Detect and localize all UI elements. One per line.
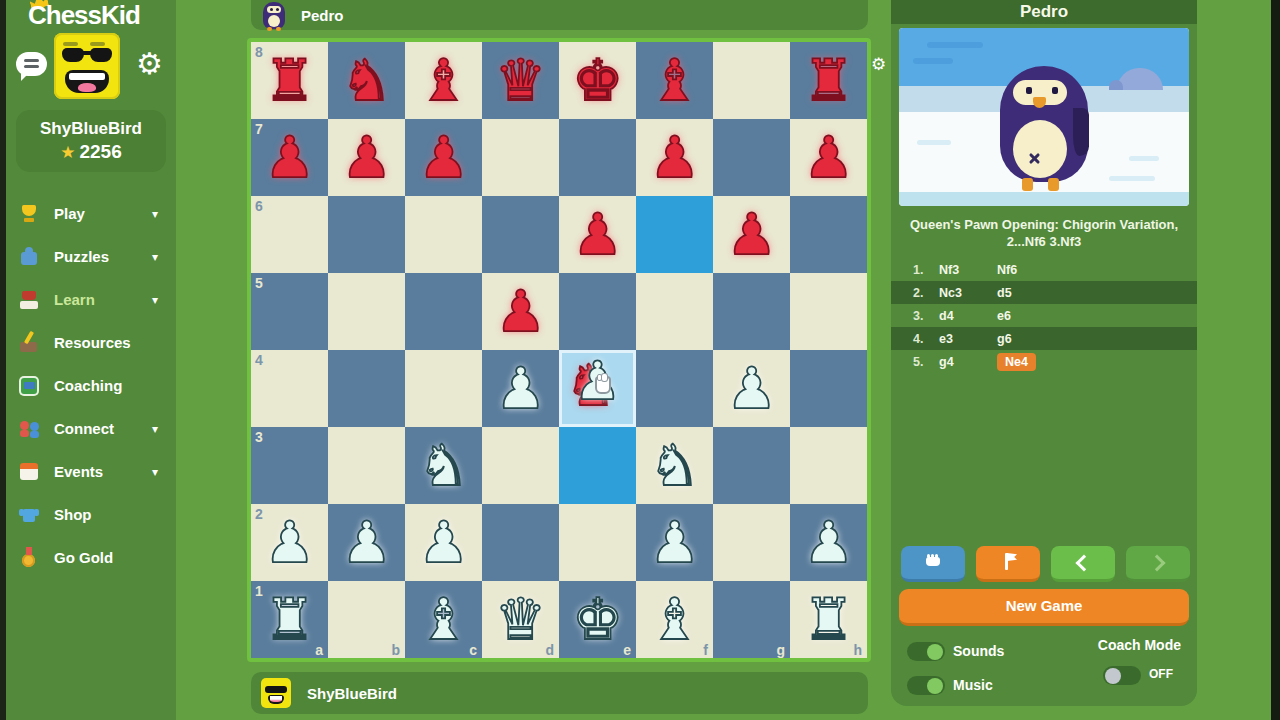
square-a8[interactable]: ♜8 <box>251 42 328 119</box>
square-h5[interactable] <box>790 273 867 350</box>
new-game-button[interactable]: New Game <box>899 589 1189 626</box>
square-c4[interactable] <box>405 350 482 427</box>
piece-red-bishop-c8[interactable]: ♝ <box>405 42 482 119</box>
move-number: 2. <box>913 286 939 300</box>
chess-board: ♜8♞♝♛♚♝♜♟7♟♟♟♟6♟♟5♟4♟♞♟♟3♞♞♟2♟♟♟♟♜1ab♝c♛… <box>247 38 871 662</box>
square-a3[interactable]: 3 <box>251 427 328 504</box>
square-b8[interactable]: ♞ <box>328 42 405 119</box>
board-settings-gear-icon[interactable]: ⚙ <box>871 54 886 74</box>
user-rating-row: ★2256 <box>16 141 166 163</box>
cloud <box>927 42 983 48</box>
mi-puzzle-icon <box>16 244 42 270</box>
piece-red-pawn-f7[interactable]: ♟ <box>636 119 713 196</box>
sunglasses-smiley-avatar <box>261 678 291 708</box>
square-f7[interactable]: ♟ <box>636 119 713 196</box>
square-g2[interactable] <box>713 504 790 581</box>
rank-label-8: 8 <box>255 44 263 60</box>
square-c5[interactable] <box>405 273 482 350</box>
user-plate[interactable]: ShyBlueBird ★2256 <box>16 110 166 172</box>
file-label-e: e <box>623 642 631 658</box>
piece-white-knight-c3[interactable]: ♞ <box>405 427 482 504</box>
piece-red-pawn-d5[interactable]: ♟ <box>482 273 559 350</box>
black-move[interactable]: Nf6 <box>997 263 1017 277</box>
chesskid-logo[interactable]: ChessKid <box>28 0 140 31</box>
square-b6[interactable] <box>328 196 405 273</box>
game-action-buttons <box>901 546 1190 582</box>
file-label-d: d <box>545 642 554 658</box>
user-rating: 2256 <box>79 141 121 162</box>
bottom-player-name: ShyBlueBird <box>307 685 397 702</box>
square-g4[interactable]: ♟ <box>713 350 790 427</box>
black-move-current[interactable]: Ne4 <box>997 353 1036 371</box>
mi-people-icon <box>16 416 42 442</box>
sidebar-item-play[interactable]: Play▾ <box>6 192 176 235</box>
square-a4[interactable]: 4 <box>251 350 328 427</box>
chevron-down-icon: ▾ <box>152 465 158 479</box>
piece-white-pawn-g4[interactable]: ♟ <box>713 350 790 427</box>
square-h2[interactable]: ♟ <box>790 504 867 581</box>
square-a1[interactable]: ♜1a <box>251 581 328 658</box>
piece-red-rook-h8[interactable]: ♜ <box>790 42 867 119</box>
fist-bump-button[interactable] <box>901 546 965 582</box>
square-g5[interactable] <box>713 273 790 350</box>
square-c1[interactable]: ♝c <box>405 581 482 658</box>
sidebar-item-label: Puzzles <box>54 248 152 265</box>
sidebar-item-shop[interactable]: Shop <box>6 493 176 536</box>
square-c6[interactable] <box>405 196 482 273</box>
resign-button[interactable] <box>976 546 1040 582</box>
mi-cal-icon <box>16 459 42 485</box>
mi-tools-icon <box>16 330 42 356</box>
mi-learn-icon <box>16 287 42 313</box>
sidebar-menu: Play▾Puzzles▾Learn▾ResourcesCoachingConn… <box>6 192 176 579</box>
square-f4[interactable] <box>636 350 713 427</box>
piece-white-pawn-c2[interactable]: ♟ <box>405 504 482 581</box>
chevron-right-icon <box>1149 555 1166 572</box>
square-f3[interactable]: ♞ <box>636 427 713 504</box>
square-g1[interactable]: g <box>713 581 790 658</box>
coach-mode-toggle[interactable] <box>1103 666 1141 685</box>
file-label-c: c <box>469 642 477 658</box>
square-e3[interactable] <box>559 427 636 504</box>
square-b2[interactable]: ♟ <box>328 504 405 581</box>
piece-red-knight-b8[interactable]: ♞ <box>328 42 405 119</box>
sounds-toggle[interactable] <box>907 642 945 661</box>
previous-move-button[interactable] <box>1051 546 1115 582</box>
sidebar-item-label: Go Gold <box>54 549 176 566</box>
move-number: 4. <box>913 332 939 346</box>
black-move[interactable]: d5 <box>997 286 1012 300</box>
piece-red-pawn-b7[interactable]: ♟ <box>328 119 405 196</box>
sidebar-item-puzzles[interactable]: Puzzles▾ <box>6 235 176 278</box>
white-move[interactable]: d4 <box>939 309 997 323</box>
piece-red-pawn-e6[interactable]: ♟ <box>559 196 636 273</box>
square-e2[interactable] <box>559 504 636 581</box>
sidebar-item-label: Learn <box>54 291 152 308</box>
chevron-left-icon <box>1076 555 1093 572</box>
mi-coach-icon <box>16 373 42 399</box>
square-e5[interactable] <box>559 273 636 350</box>
bottom-player-bar: ShyBlueBird <box>251 672 868 714</box>
mi-shirt-icon <box>16 502 42 528</box>
rank-label-3: 3 <box>255 429 263 445</box>
square-d1[interactable]: ♛d <box>482 581 559 658</box>
rank-label-2: 2 <box>255 506 263 522</box>
board-grid: ♜8♞♝♛♚♝♜♟7♟♟♟♟6♟♟5♟4♟♞♟♟3♞♞♟2♟♟♟♟♜1ab♝c♛… <box>251 42 867 658</box>
snow-streak <box>917 140 951 145</box>
white-move[interactable]: Nc3 <box>939 286 997 300</box>
sidebar-item-label: Play <box>54 205 152 222</box>
chevron-down-icon: ▾ <box>152 250 158 264</box>
file-label-f: f <box>703 642 708 658</box>
square-a2[interactable]: ♟2 <box>251 504 328 581</box>
username: ShyBlueBird <box>16 119 166 139</box>
white-move[interactable]: Nf3 <box>939 263 997 277</box>
square-c7[interactable]: ♟ <box>405 119 482 196</box>
settings-gear-icon[interactable]: ⚙ <box>136 46 163 81</box>
square-a7[interactable]: ♟7 <box>251 119 328 196</box>
black-move[interactable]: g6 <box>997 332 1012 346</box>
next-move-button[interactable] <box>1126 546 1190 582</box>
piece-white-pawn-f2[interactable]: ♟ <box>636 504 713 581</box>
piece-red-king-e8[interactable]: ♚ <box>559 42 636 119</box>
white-move[interactable]: e3 <box>939 332 997 346</box>
square-d6[interactable] <box>482 196 559 273</box>
square-e6[interactable]: ♟ <box>559 196 636 273</box>
square-h7[interactable]: ♟ <box>790 119 867 196</box>
square-e7[interactable] <box>559 119 636 196</box>
piece-red-pawn-c7[interactable]: ♟ <box>405 119 482 196</box>
square-h6[interactable] <box>790 196 867 273</box>
opening-name: Queen's Pawn Opening: Chigorin Variation… <box>897 216 1191 250</box>
file-label-a: a <box>315 642 323 658</box>
move-row-4[interactable]: 4.e3g6 <box>891 327 1197 350</box>
flag-icon <box>1005 553 1008 570</box>
sidebar-item-label: Resources <box>54 334 176 351</box>
file-label-h: h <box>853 642 862 658</box>
square-a5[interactable]: 5 <box>251 273 328 350</box>
piece-white-bishop-f1[interactable]: ♝ <box>636 581 713 658</box>
square-d4[interactable]: ♟ <box>482 350 559 427</box>
piece-red-pawn-h7[interactable]: ♟ <box>790 119 867 196</box>
snow-streak <box>1109 176 1155 181</box>
move-number: 5. <box>913 355 939 369</box>
coach-mode-label: Coach Mode <box>1098 637 1181 653</box>
penguin-illustration <box>1000 66 1088 182</box>
opponent-illustration <box>899 28 1189 206</box>
move-list: 1.Nf3Nf62.Nc3d53.d4e64.e3g65.g4Ne4 <box>891 258 1197 373</box>
square-c2[interactable]: ♟ <box>405 504 482 581</box>
square-h1[interactable]: ♜h <box>790 581 867 658</box>
square-b3[interactable] <box>328 427 405 504</box>
hand-cursor <box>595 376 611 394</box>
piece-white-pawn-h2[interactable]: ♟ <box>790 504 867 581</box>
mi-trophy-icon <box>16 201 42 227</box>
piece-white-pawn-d4[interactable]: ♟ <box>482 350 559 427</box>
sidebar-item-go-gold[interactable]: Go Gold <box>6 536 176 579</box>
square-f5[interactable] <box>636 273 713 350</box>
square-d3[interactable] <box>482 427 559 504</box>
rank-label-1: 1 <box>255 583 263 599</box>
square-d7[interactable] <box>482 119 559 196</box>
square-b4[interactable] <box>328 350 405 427</box>
fist-icon <box>926 557 940 566</box>
square-e4[interactable]: ♞♟ <box>559 350 636 427</box>
square-f1[interactable]: ♝f <box>636 581 713 658</box>
move-row-3[interactable]: 3.d4e6 <box>891 304 1197 327</box>
game-panel: Pedro Queen's Pawn Opening: Chigorin Var… <box>891 0 1197 706</box>
top-player-name: Pedro <box>301 7 344 24</box>
square-b5[interactable] <box>328 273 405 350</box>
avatar-mouth <box>65 70 109 93</box>
square-b1[interactable]: b <box>328 581 405 658</box>
sidebar-item-resources[interactable]: Resources <box>6 321 176 364</box>
piece-red-knight-e4[interactable]: ♞ <box>552 347 629 424</box>
snow-streak <box>1129 156 1159 161</box>
letterbox-right <box>1271 0 1280 720</box>
chevron-down-icon: ▾ <box>152 422 158 436</box>
music-label: Music <box>953 677 993 693</box>
sidebar-item-connect[interactable]: Connect▾ <box>6 407 176 450</box>
chevron-down-icon: ▾ <box>152 293 158 307</box>
square-d8[interactable]: ♛ <box>482 42 559 119</box>
square-e8[interactable]: ♚ <box>559 42 636 119</box>
file-label-b: b <box>391 642 400 658</box>
rank-label-7: 7 <box>255 121 263 137</box>
sidebar-item-learn[interactable]: Learn▾ <box>6 278 176 321</box>
settings-toggles: Sounds Music Coach Mode OFF <box>891 634 1197 706</box>
square-g3[interactable] <box>713 427 790 504</box>
square-h4[interactable] <box>790 350 867 427</box>
rank-label-4: 4 <box>255 352 263 368</box>
square-g7[interactable] <box>713 119 790 196</box>
square-f8[interactable]: ♝ <box>636 42 713 119</box>
cloud <box>913 58 953 64</box>
rank-label-6: 6 <box>255 198 263 214</box>
user-avatar[interactable] <box>54 33 120 99</box>
coach-mode-state: OFF <box>1149 667 1173 681</box>
sidebar-item-label: Coaching <box>54 377 176 394</box>
sunglasses-icon <box>60 48 114 63</box>
square-h3[interactable] <box>790 427 867 504</box>
square-g6[interactable]: ♟ <box>713 196 790 273</box>
sidebar-item-label: Shop <box>54 506 176 523</box>
square-f6[interactable] <box>636 196 713 273</box>
square-a6[interactable]: 6 <box>251 196 328 273</box>
move-number: 3. <box>913 309 939 323</box>
square-b7[interactable]: ♟ <box>328 119 405 196</box>
panel-opponent-title: Pedro <box>891 0 1197 24</box>
water-edge <box>899 192 1189 206</box>
mi-medal-icon <box>16 545 42 571</box>
move-number: 1. <box>913 263 939 277</box>
square-d2[interactable] <box>482 504 559 581</box>
piece-white-pawn-b2[interactable]: ♟ <box>328 504 405 581</box>
white-move[interactable]: g4 <box>939 355 997 369</box>
square-d5[interactable]: ♟ <box>482 273 559 350</box>
square-e1[interactable]: ♚e <box>559 581 636 658</box>
square-f2[interactable]: ♟ <box>636 504 713 581</box>
move-row-2[interactable]: 2.Nc3d5 <box>891 281 1197 304</box>
piece-red-queen-d8[interactable]: ♛ <box>482 42 559 119</box>
sounds-label: Sounds <box>953 643 1004 659</box>
music-toggle[interactable] <box>907 676 945 695</box>
square-c3[interactable]: ♞ <box>405 427 482 504</box>
avatar-eyebrows <box>63 42 78 46</box>
square-h8[interactable]: ♜ <box>790 42 867 119</box>
sidebar-item-label: Events <box>54 463 152 480</box>
piece-red-pawn-g6[interactable]: ♟ <box>713 196 790 273</box>
piece-red-bishop-f8[interactable]: ♝ <box>636 42 713 119</box>
black-move[interactable]: e6 <box>997 309 1011 323</box>
rank-label-5: 5 <box>255 275 263 291</box>
star-icon: ★ <box>60 142 75 162</box>
square-g8[interactable] <box>713 42 790 119</box>
piece-white-knight-f3[interactable]: ♞ <box>636 427 713 504</box>
sidebar-item-events[interactable]: Events▾ <box>6 450 176 493</box>
square-c8[interactable]: ♝ <box>405 42 482 119</box>
sidebar: ChessKid ⚙ ShyBlueBird ★2256 Play▾Puzzle… <box>6 0 176 720</box>
chat-bubble-icon[interactable] <box>16 52 47 76</box>
penguin-avatar <box>263 2 285 29</box>
chevron-down-icon: ▾ <box>152 207 158 221</box>
move-row-1[interactable]: 1.Nf3Nf6 <box>891 258 1197 281</box>
sidebar-item-label: Connect <box>54 420 152 437</box>
move-row-5[interactable]: 5.g4Ne4 <box>891 350 1197 373</box>
top-player-bar: Pedro <box>251 0 868 30</box>
file-label-g: g <box>776 642 785 658</box>
sidebar-item-coaching[interactable]: Coaching <box>6 364 176 407</box>
